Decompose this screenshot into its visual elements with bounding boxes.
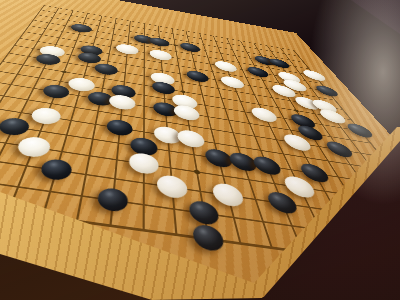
go-photo-scene — [0, 0, 400, 300]
